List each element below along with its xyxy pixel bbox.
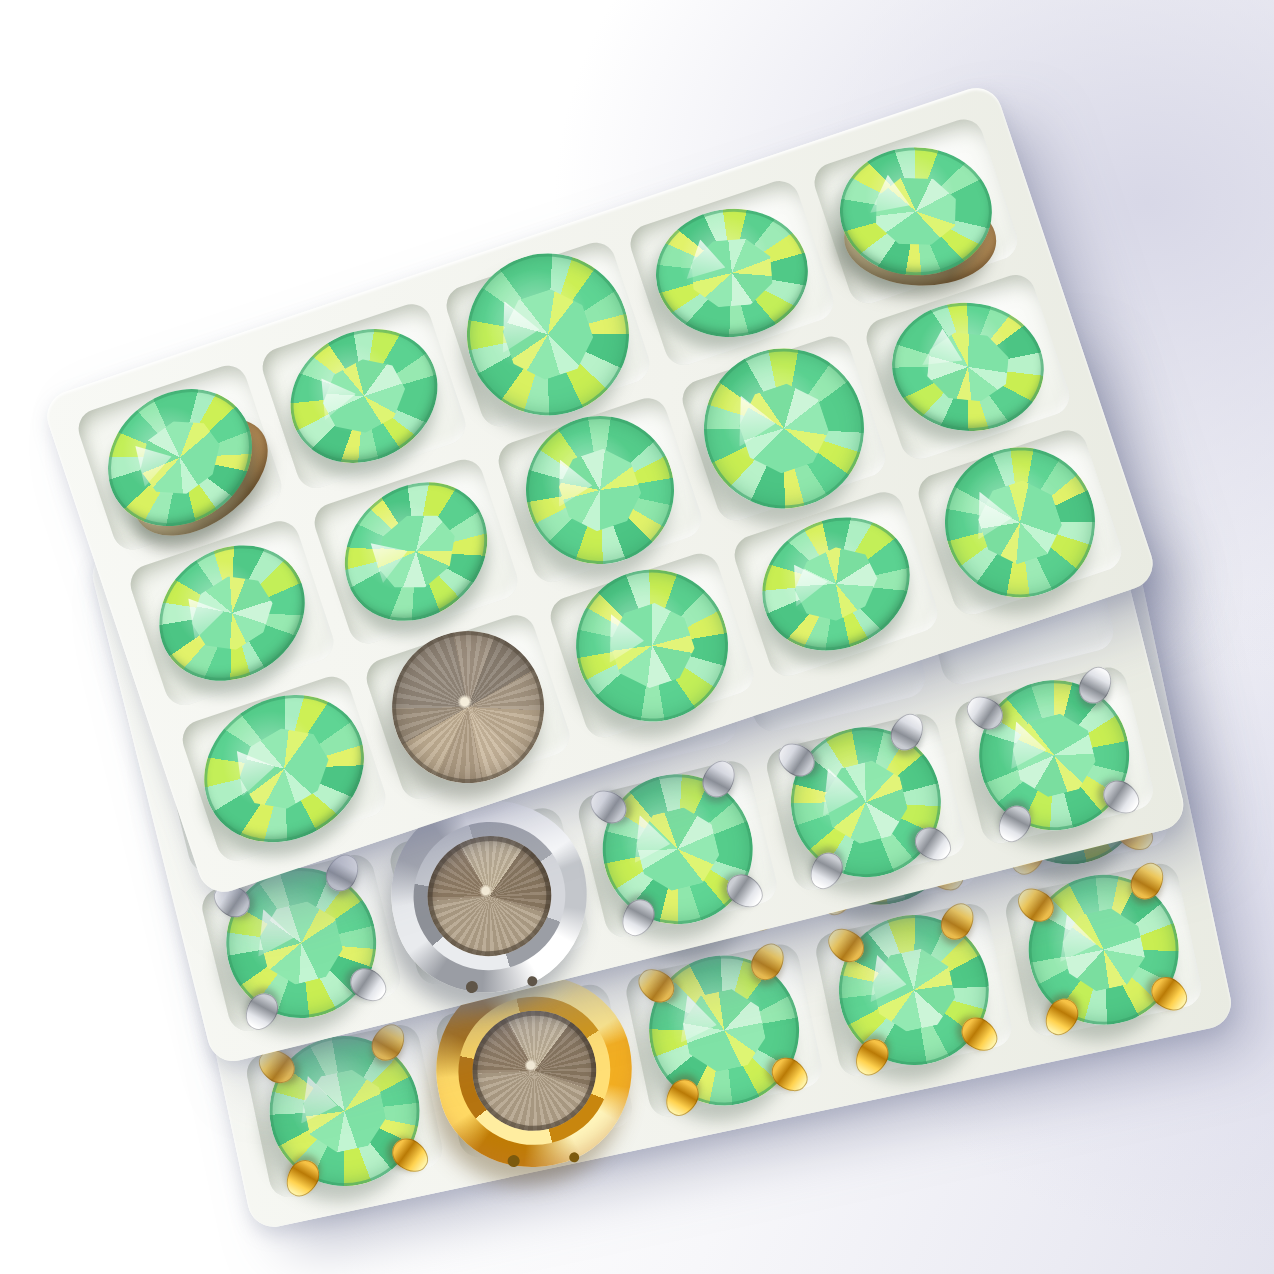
- crystal-facets: [1015, 861, 1193, 1039]
- crystal-face-up: [506, 396, 693, 583]
- crystal-facets: [825, 901, 1003, 1079]
- crystal-tilted: [838, 145, 993, 277]
- set-crystal-silver: [573, 745, 782, 954]
- tray-compartment: [809, 114, 1022, 308]
- crystal-facets: [683, 327, 886, 530]
- tray-compartment: [441, 237, 654, 431]
- set-crystal-silver: [950, 651, 1159, 860]
- crystal-facets: [506, 396, 693, 583]
- crystal-tilted: [651, 203, 813, 343]
- tray-compartment: [309, 454, 522, 648]
- crystal-facets: [925, 427, 1115, 617]
- set-crystal-gold: [812, 888, 1016, 1092]
- crystal-facets: [739, 493, 932, 675]
- tray-compartment: [677, 331, 890, 525]
- set-crystal-silver: [762, 698, 971, 907]
- crystal-face-up: [683, 327, 886, 530]
- tray-compartment: [1002, 860, 1205, 1039]
- set-crystal-gold: [622, 928, 826, 1132]
- crystal-face-up: [925, 427, 1115, 617]
- crystal-facets: [886, 296, 1050, 438]
- crystal-facets: [651, 203, 813, 343]
- crystal-facets: [317, 454, 516, 650]
- stitch-holes: [465, 980, 480, 995]
- crystal-facets: [635, 941, 813, 1119]
- tray-compartment: [623, 941, 826, 1120]
- tray-compartment: [951, 663, 1157, 847]
- crystal-facets: [963, 664, 1145, 846]
- tray-compartment: [433, 981, 636, 1160]
- crystal-facets: [587, 758, 769, 940]
- set-crystal-gold: [1002, 848, 1206, 1052]
- crystal-face-up: [556, 549, 748, 741]
- crystal-facets: [775, 711, 957, 893]
- crystal-tilted: [886, 296, 1050, 438]
- crystal-tilted: [317, 454, 516, 650]
- tray-compartment: [813, 900, 1016, 1079]
- tray-compartment: [545, 548, 758, 742]
- tray-compartment: [913, 425, 1126, 619]
- crystal-facets: [556, 549, 748, 741]
- stitch-holes: [506, 1154, 520, 1168]
- tray-compartment: [763, 710, 969, 894]
- tray-compartment: [575, 757, 781, 941]
- photo-stage: [0, 0, 1274, 1274]
- crystal-tilted: [739, 493, 932, 675]
- tray-compartment: [386, 804, 592, 988]
